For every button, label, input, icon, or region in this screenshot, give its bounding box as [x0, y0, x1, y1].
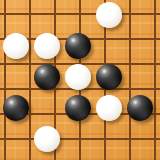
black-stone[interactable] — [34, 64, 60, 90]
go-board[interactable] — [0, 0, 160, 160]
white-stone[interactable] — [96, 95, 122, 121]
white-stone[interactable] — [3, 33, 29, 59]
white-stone[interactable] — [34, 33, 60, 59]
black-stone[interactable] — [65, 95, 91, 121]
black-stone[interactable] — [96, 64, 122, 90]
stone-layer — [1, 0, 156, 155]
black-stone[interactable] — [127, 95, 153, 121]
black-stone[interactable] — [65, 33, 91, 59]
black-stone[interactable] — [3, 95, 29, 121]
white-stone[interactable] — [96, 2, 122, 28]
white-stone[interactable] — [34, 126, 60, 152]
white-stone[interactable] — [65, 64, 91, 90]
